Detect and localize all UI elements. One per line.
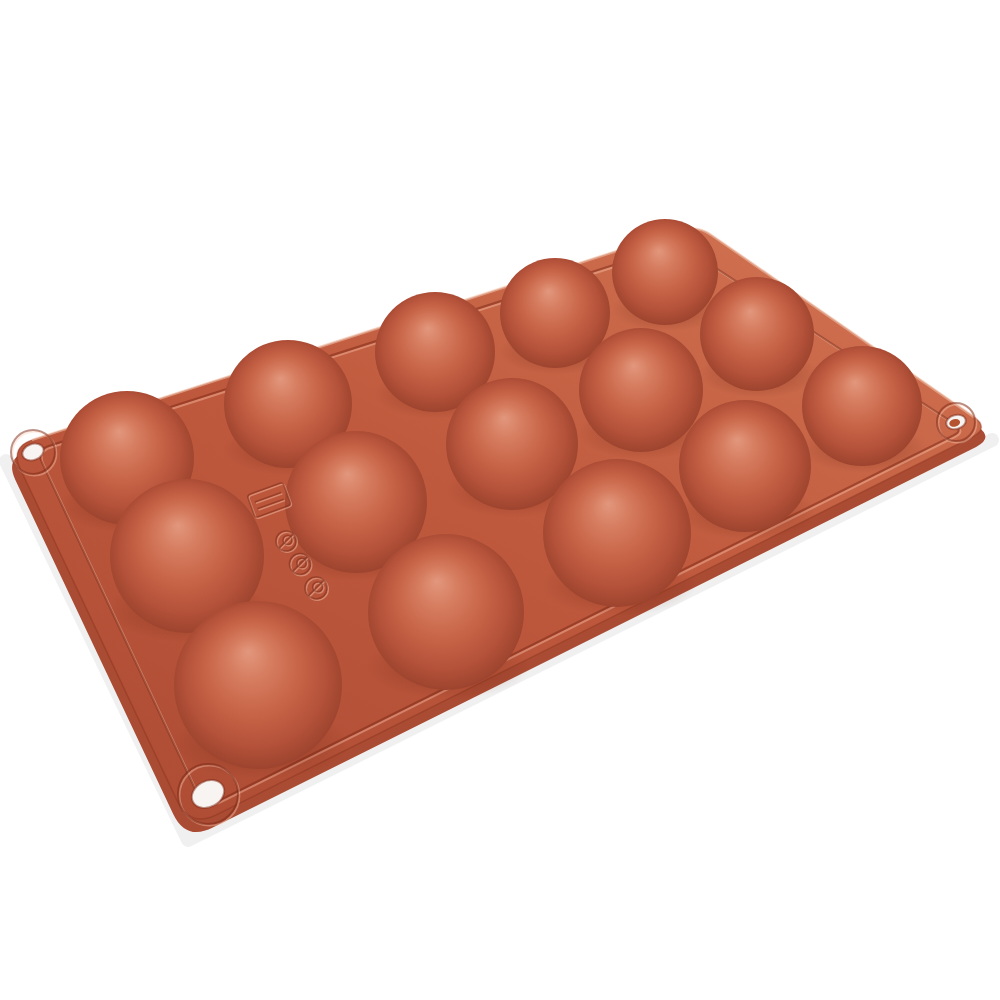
dome-cavity (368, 534, 524, 690)
dome-cavity (679, 400, 811, 532)
product-photo (0, 0, 1000, 1000)
dome-cavity (579, 328, 703, 452)
dome-cavity (700, 277, 814, 391)
dome-cavity (543, 459, 691, 607)
dome-cavity (174, 601, 342, 769)
dome-cavity (612, 219, 718, 325)
dome-cavity (802, 346, 922, 466)
silicone-mold-photo (0, 0, 1000, 1000)
